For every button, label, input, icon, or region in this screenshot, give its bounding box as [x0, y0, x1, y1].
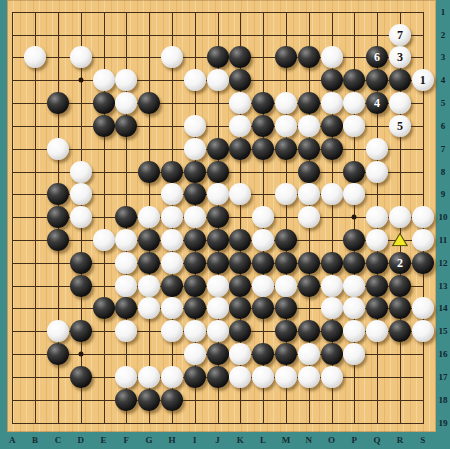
column-label-A: A: [9, 435, 16, 445]
black-stone-E5: [93, 92, 115, 114]
black-stone-N7: [298, 138, 320, 160]
white-stone-E4: [93, 69, 115, 91]
white-stone-H17: [161, 366, 183, 388]
black-stone-Q3: 6: [366, 46, 388, 68]
white-stone-P16: [343, 343, 365, 365]
grid-line-horizontal: [12, 423, 423, 424]
black-stone-J3: [207, 46, 229, 68]
row-label-6: 6: [436, 121, 450, 131]
white-stone-M5: [275, 92, 297, 114]
white-stone-M13: [275, 275, 297, 297]
white-stone-G14: [138, 297, 160, 319]
white-stone-K17: [229, 366, 251, 388]
black-stone-L16: [252, 343, 274, 365]
row-label-2: 2: [436, 30, 450, 40]
move-number: 1: [420, 74, 426, 86]
white-stone-F11: [115, 229, 137, 251]
white-stone-P9: [343, 183, 365, 205]
white-stone-Q10: [366, 206, 388, 228]
row-label-4: 4: [436, 75, 450, 85]
black-stone-R12: 2: [389, 252, 411, 274]
column-label-S: S: [420, 435, 425, 445]
white-stone-I4: [184, 69, 206, 91]
black-stone-J17: [207, 366, 229, 388]
white-stone-Q7: [366, 138, 388, 160]
white-stone-N6: [298, 115, 320, 137]
black-stone-D15: [70, 320, 92, 342]
black-stone-N3: [298, 46, 320, 68]
black-stone-C11: [47, 229, 69, 251]
black-stone-E14: [93, 297, 115, 319]
white-stone-P5: [343, 92, 365, 114]
move-number: 5: [397, 120, 403, 132]
white-stone-F12: [115, 252, 137, 274]
white-stone-K9: [229, 183, 251, 205]
white-stone-H14: [161, 297, 183, 319]
white-stone-L17: [252, 366, 274, 388]
row-label-12: 12: [436, 258, 450, 268]
white-stone-N16: [298, 343, 320, 365]
black-stone-I17: [184, 366, 206, 388]
row-label-5: 5: [436, 98, 450, 108]
white-stone-R2: 7: [389, 24, 411, 46]
column-label-R: R: [397, 435, 404, 445]
black-stone-M16: [275, 343, 297, 365]
black-stone-L12: [252, 252, 274, 274]
column-label-H: H: [168, 435, 175, 445]
white-stone-P15: [343, 320, 365, 342]
white-stone-M9: [275, 183, 297, 205]
white-stone-D8: [70, 161, 92, 183]
black-stone-J8: [207, 161, 229, 183]
white-stone-O14: [321, 297, 343, 319]
column-label-Q: Q: [374, 435, 381, 445]
black-stone-L7: [252, 138, 274, 160]
black-stone-K13: [229, 275, 251, 297]
white-stone-I10: [184, 206, 206, 228]
row-label-3: 3: [436, 52, 450, 62]
black-stone-O15: [321, 320, 343, 342]
row-label-1: 1: [436, 7, 450, 17]
column-label-P: P: [352, 435, 358, 445]
column-label-B: B: [32, 435, 38, 445]
black-stone-H18: [161, 389, 183, 411]
white-stone-D9: [70, 183, 92, 205]
white-stone-O5: [321, 92, 343, 114]
white-stone-M6: [275, 115, 297, 137]
black-stone-H13: [161, 275, 183, 297]
row-label-14: 14: [436, 303, 450, 313]
white-stone-L10: [252, 206, 274, 228]
move-number: 2: [397, 257, 403, 269]
white-stone-C15: [47, 320, 69, 342]
black-stone-J11: [207, 229, 229, 251]
white-stone-F15: [115, 320, 137, 342]
row-label-10: 10: [436, 212, 450, 222]
white-stone-R3: 3: [389, 46, 411, 68]
white-stone-D3: [70, 46, 92, 68]
column-label-M: M: [282, 435, 291, 445]
black-stone-R13: [389, 275, 411, 297]
black-stone-I13: [184, 275, 206, 297]
black-stone-F10: [115, 206, 137, 228]
black-stone-I11: [184, 229, 206, 251]
star-point: [78, 78, 83, 83]
triangle-marker-fill: [393, 234, 406, 245]
black-stone-D17: [70, 366, 92, 388]
row-label-19: 19: [436, 418, 450, 428]
black-stone-M11: [275, 229, 297, 251]
black-stone-J10: [207, 206, 229, 228]
column-label-O: O: [328, 435, 335, 445]
black-stone-D13: [70, 275, 92, 297]
white-stone-J14: [207, 297, 229, 319]
move-number: 7: [397, 29, 403, 41]
white-stone-I16: [184, 343, 206, 365]
move-number: 6: [374, 51, 380, 63]
column-label-F: F: [124, 435, 130, 445]
column-label-D: D: [77, 435, 84, 445]
column-label-E: E: [100, 435, 106, 445]
column-label-J: J: [215, 435, 220, 445]
black-stone-C10: [47, 206, 69, 228]
white-stone-J13: [207, 275, 229, 297]
move-number: 3: [397, 51, 403, 63]
white-stone-G10: [138, 206, 160, 228]
black-stone-O6: [321, 115, 343, 137]
row-label-7: 7: [436, 144, 450, 154]
white-stone-J9: [207, 183, 229, 205]
white-stone-J4: [207, 69, 229, 91]
white-stone-O17: [321, 366, 343, 388]
star-point: [352, 215, 357, 220]
black-stone-O16: [321, 343, 343, 365]
black-stone-Q13: [366, 275, 388, 297]
white-stone-L11: [252, 229, 274, 251]
black-stone-M7: [275, 138, 297, 160]
white-stone-P6: [343, 115, 365, 137]
black-stone-K14: [229, 297, 251, 319]
white-stone-C7: [47, 138, 69, 160]
black-stone-C9: [47, 183, 69, 205]
black-stone-N13: [298, 275, 320, 297]
black-stone-Q5: 4: [366, 92, 388, 114]
go-board[interactable]: 7631452: [7, 0, 436, 432]
black-stone-I9: [184, 183, 206, 205]
black-stone-N15: [298, 320, 320, 342]
row-label-18: 18: [436, 395, 450, 405]
black-stone-I12: [184, 252, 206, 274]
white-stone-R5: [389, 92, 411, 114]
white-stone-P14: [343, 297, 365, 319]
star-point: [78, 352, 83, 357]
black-stone-O4: [321, 69, 343, 91]
black-stone-R4: [389, 69, 411, 91]
white-stone-D10: [70, 206, 92, 228]
white-stone-N17: [298, 366, 320, 388]
white-stone-H3: [161, 46, 183, 68]
black-stone-K12: [229, 252, 251, 274]
black-stone-C16: [47, 343, 69, 365]
row-label-8: 8: [436, 167, 450, 177]
black-stone-F6: [115, 115, 137, 137]
black-stone-S12: [412, 252, 434, 274]
white-stone-R10: [389, 206, 411, 228]
white-stone-K6: [229, 115, 251, 137]
row-label-13: 13: [436, 281, 450, 291]
black-stone-Q14: [366, 297, 388, 319]
white-stone-N10: [298, 206, 320, 228]
white-stone-F5: [115, 92, 137, 114]
black-stone-P12: [343, 252, 365, 274]
white-stone-H11: [161, 229, 183, 251]
black-stone-J7: [207, 138, 229, 160]
white-stone-I15: [184, 320, 206, 342]
black-stone-N12: [298, 252, 320, 274]
white-stone-G17: [138, 366, 160, 388]
white-stone-F17: [115, 366, 137, 388]
black-stone-C5: [47, 92, 69, 114]
black-stone-K15: [229, 320, 251, 342]
white-stone-K5: [229, 92, 251, 114]
white-stone-F4: [115, 69, 137, 91]
black-stone-K11: [229, 229, 251, 251]
white-stone-H10: [161, 206, 183, 228]
white-stone-S14: [412, 297, 434, 319]
column-label-G: G: [146, 435, 153, 445]
white-stone-I7: [184, 138, 206, 160]
column-label-I: I: [193, 435, 197, 445]
black-stone-J16: [207, 343, 229, 365]
grid-line-horizontal: [12, 400, 423, 401]
black-stone-Q12: [366, 252, 388, 274]
black-stone-K4: [229, 69, 251, 91]
black-stone-Q4: [366, 69, 388, 91]
column-label-L: L: [260, 435, 266, 445]
white-stone-L13: [252, 275, 274, 297]
black-stone-L14: [252, 297, 274, 319]
white-stone-G13: [138, 275, 160, 297]
white-stone-Q11: [366, 229, 388, 251]
white-stone-S4: 1: [412, 69, 434, 91]
black-stone-R14: [389, 297, 411, 319]
white-stone-R6: 5: [389, 115, 411, 137]
black-stone-M12: [275, 252, 297, 274]
black-stone-M15: [275, 320, 297, 342]
white-stone-M17: [275, 366, 297, 388]
white-stone-I6: [184, 115, 206, 137]
black-stone-F18: [115, 389, 137, 411]
black-stone-O7: [321, 138, 343, 160]
white-stone-Q15: [366, 320, 388, 342]
white-stone-H9: [161, 183, 183, 205]
black-stone-D12: [70, 252, 92, 274]
white-stone-K16: [229, 343, 251, 365]
black-stone-I8: [184, 161, 206, 183]
black-stone-O12: [321, 252, 343, 274]
black-stone-F14: [115, 297, 137, 319]
black-stone-L6: [252, 115, 274, 137]
white-stone-O9: [321, 183, 343, 205]
white-stone-O3: [321, 46, 343, 68]
white-stone-Q8: [366, 161, 388, 183]
white-stone-J15: [207, 320, 229, 342]
black-stone-K3: [229, 46, 251, 68]
column-label-N: N: [305, 435, 312, 445]
black-stone-P8: [343, 161, 365, 183]
white-stone-F13: [115, 275, 137, 297]
black-stone-K7: [229, 138, 251, 160]
black-stone-M14: [275, 297, 297, 319]
black-stone-L5: [252, 92, 274, 114]
black-stone-P4: [343, 69, 365, 91]
white-stone-S15: [412, 320, 434, 342]
black-stone-J12: [207, 252, 229, 274]
black-stone-G11: [138, 229, 160, 251]
row-label-11: 11: [436, 235, 450, 245]
black-stone-G12: [138, 252, 160, 274]
row-label-16: 16: [436, 349, 450, 359]
white-stone-E11: [93, 229, 115, 251]
black-stone-G5: [138, 92, 160, 114]
white-stone-N9: [298, 183, 320, 205]
black-stone-P11: [343, 229, 365, 251]
row-label-17: 17: [436, 372, 450, 382]
row-label-15: 15: [436, 326, 450, 336]
black-stone-G8: [138, 161, 160, 183]
white-stone-H15: [161, 320, 183, 342]
white-stone-S10: [412, 206, 434, 228]
move-number: 4: [374, 97, 380, 109]
black-stone-G18: [138, 389, 160, 411]
black-stone-H8: [161, 161, 183, 183]
black-stone-R15: [389, 320, 411, 342]
row-label-9: 9: [436, 189, 450, 199]
black-stone-I14: [184, 297, 206, 319]
black-stone-M3: [275, 46, 297, 68]
black-stone-N5: [298, 92, 320, 114]
column-label-K: K: [237, 435, 244, 445]
go-app-window: 7631452 ABCDEFGHIJKLMNOPQRS1234567891011…: [0, 0, 450, 449]
white-stone-O13: [321, 275, 343, 297]
column-label-C: C: [55, 435, 62, 445]
white-stone-P13: [343, 275, 365, 297]
white-stone-H12: [161, 252, 183, 274]
black-stone-E6: [93, 115, 115, 137]
white-stone-S11: [412, 229, 434, 251]
white-stone-B3: [24, 46, 46, 68]
black-stone-N8: [298, 161, 320, 183]
